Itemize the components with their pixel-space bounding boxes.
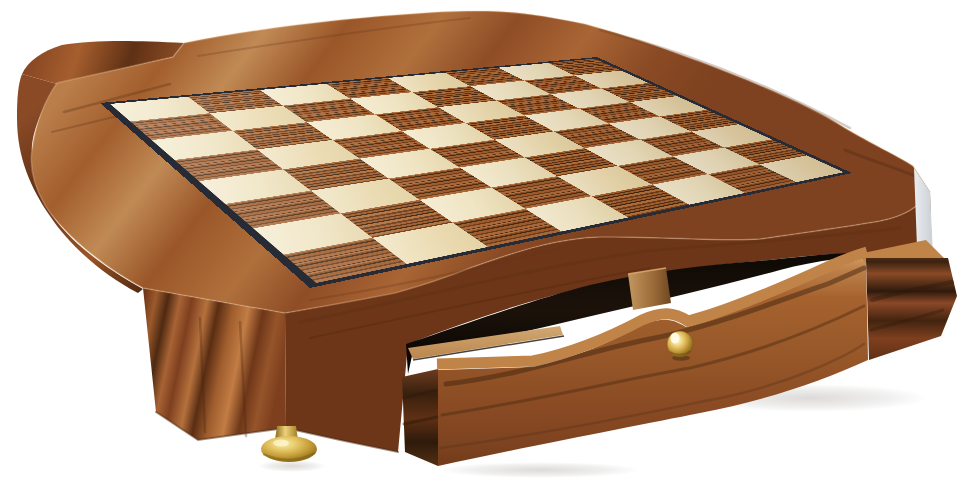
drawer-divider <box>628 268 671 310</box>
drawer-shadow-left <box>440 462 640 478</box>
knob-highlight <box>671 333 680 344</box>
chess-box-photo <box>0 0 962 484</box>
foot-highlight <box>273 440 289 447</box>
foot-bun <box>261 436 317 462</box>
